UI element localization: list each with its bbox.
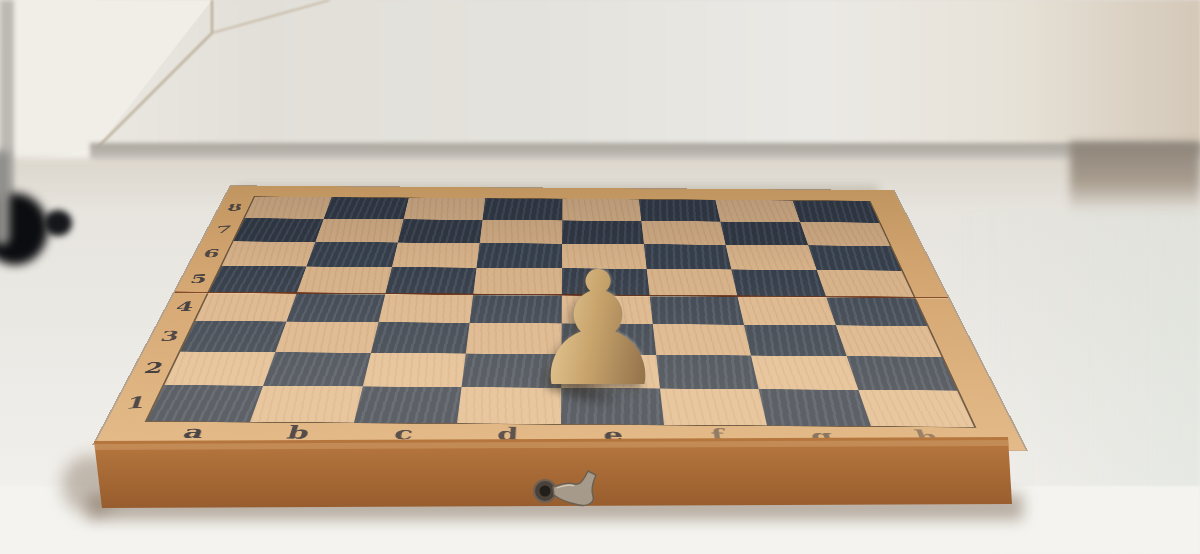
square-g7 (720, 222, 807, 246)
square-b1 (250, 386, 362, 423)
square-c6 (391, 242, 479, 267)
rank-label-1: 1 (117, 384, 153, 421)
square-h6 (807, 245, 901, 270)
square-a1 (147, 385, 264, 422)
square-f8 (638, 199, 720, 221)
square-g6 (725, 245, 816, 270)
square-h7 (799, 222, 889, 246)
square-h3 (835, 325, 941, 357)
square-g8 (715, 200, 799, 222)
rank-label-8: 8 (222, 196, 246, 218)
square-c3 (370, 322, 469, 353)
file-labels: abcdefgh (231, 186, 893, 191)
square-a3 (180, 321, 286, 352)
square-d8 (482, 198, 561, 220)
square-g5 (731, 269, 825, 296)
clasp-hook-icon (510, 462, 620, 514)
rank-label-6: 6 (197, 241, 224, 266)
square-c7 (397, 219, 482, 243)
rank-labels: 87654321 (231, 186, 893, 191)
square-h1 (857, 390, 973, 427)
square-a8 (244, 197, 331, 219)
square-b7 (315, 219, 403, 243)
square-b4 (286, 293, 384, 322)
square-f1 (659, 388, 766, 425)
square-a2 (164, 352, 275, 386)
square-b2 (263, 352, 370, 386)
square-g2 (751, 356, 858, 390)
square-c8 (403, 198, 485, 220)
windowsill-chessboard-photo: 87654321 abcdefgh ♟ (0, 0, 1200, 554)
square-g4 (737, 296, 835, 325)
file-label-a: a (155, 423, 232, 441)
square-a5 (209, 266, 307, 293)
rank-label-3: 3 (153, 320, 185, 352)
square-c4 (378, 294, 473, 323)
square-h4 (825, 297, 926, 326)
file-label-b: b (261, 423, 335, 441)
square-b8 (323, 197, 408, 219)
square-b5 (297, 267, 392, 294)
rank-label-5: 5 (184, 265, 212, 292)
square-a7 (233, 218, 323, 242)
rank-label-4: 4 (169, 292, 199, 321)
square-c2 (362, 353, 465, 387)
square-h2 (846, 356, 957, 390)
square-b6 (306, 242, 397, 267)
square-e8 (561, 199, 640, 221)
square-c1 (353, 386, 461, 423)
square-g1 (758, 389, 870, 426)
square-h8 (792, 201, 879, 223)
square-f2 (656, 355, 759, 389)
square-b3 (275, 322, 378, 353)
rank-label-2: 2 (136, 351, 170, 385)
white-pawn-e2: ♟ (536, 256, 660, 408)
square-g3 (744, 325, 846, 357)
rank-label-7: 7 (210, 218, 236, 242)
square-c5 (385, 267, 476, 294)
square-a6 (221, 241, 315, 266)
square-h5 (816, 270, 913, 297)
square-a4 (195, 292, 297, 321)
